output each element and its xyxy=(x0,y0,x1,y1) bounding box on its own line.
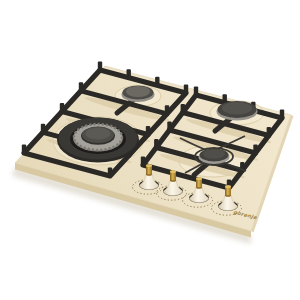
product-photo-gas-hob: gorenje xyxy=(0,0,300,300)
burner-wok-left xyxy=(57,118,139,163)
hob-illustration: gorenje xyxy=(0,0,300,300)
